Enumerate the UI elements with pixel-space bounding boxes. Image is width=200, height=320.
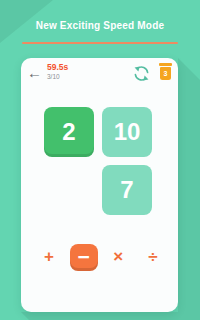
number-tile-10[interactable]: 10 — [102, 107, 152, 157]
operator-row: + − × ÷ — [35, 242, 167, 272]
banner-title: New Exciting Speed Mode — [0, 20, 200, 31]
trash-bin-icon[interactable]: 3 — [159, 63, 172, 81]
trash-bin-count: 3 — [160, 67, 171, 81]
trash-bin-lid — [159, 63, 172, 66]
number-tile-grid: 2 10 7 — [44, 107, 152, 215]
operator-minus-button[interactable]: − — [70, 244, 98, 271]
number-tile-7[interactable]: 7 — [102, 165, 152, 215]
app-screen: New Exciting Speed Mode ← 59.5s 3/10 — [0, 0, 200, 320]
banner-divider — [22, 42, 178, 44]
operator-multiply-button[interactable]: × — [104, 244, 132, 271]
operator-divide-button[interactable]: ÷ — [139, 244, 167, 271]
game-card: ← 59.5s 3/10 3 2 10 — [21, 58, 178, 312]
back-arrow-icon[interactable]: ← — [27, 62, 42, 83]
operator-plus-button[interactable]: + — [35, 244, 63, 271]
round-progress-label: 3/10 — [47, 73, 60, 80]
number-tile-2[interactable]: 2 — [44, 107, 94, 157]
timer-label: 59.5s — [47, 62, 68, 72]
refresh-icon[interactable] — [133, 65, 150, 82]
